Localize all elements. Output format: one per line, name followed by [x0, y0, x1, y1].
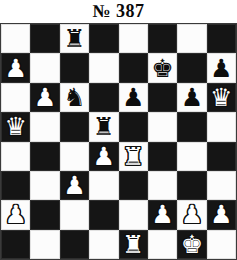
square-g6[interactable]: ♟ — [177, 83, 206, 112]
square-g3[interactable] — [177, 171, 206, 200]
square-f3[interactable] — [148, 171, 177, 200]
square-c5[interactable] — [60, 112, 89, 141]
square-b4[interactable] — [30, 142, 59, 171]
square-d1[interactable] — [89, 230, 118, 259]
square-g2[interactable]: ♟ — [177, 200, 206, 229]
square-d2[interactable] — [89, 200, 118, 229]
white-rook: ♜ — [122, 144, 144, 169]
square-f2[interactable]: ♟ — [148, 200, 177, 229]
white-pawn: ♟ — [4, 202, 26, 227]
square-a1[interactable] — [1, 230, 30, 259]
square-h1[interactable] — [207, 230, 236, 259]
white-king: ♚ — [181, 232, 203, 257]
square-d7[interactable] — [89, 53, 118, 82]
square-c2[interactable] — [60, 200, 89, 229]
square-h8[interactable] — [207, 24, 236, 53]
white-pawn: ♟ — [34, 85, 56, 110]
square-h3[interactable] — [207, 171, 236, 200]
square-h2[interactable]: ♟ — [207, 200, 236, 229]
square-e1[interactable]: ♜ — [119, 230, 148, 259]
square-h6[interactable]: ♛ — [207, 83, 236, 112]
square-c3[interactable]: ♟ — [60, 171, 89, 200]
square-f5[interactable] — [148, 112, 177, 141]
square-b5[interactable] — [30, 112, 59, 141]
square-f4[interactable] — [148, 142, 177, 171]
square-c7[interactable] — [60, 53, 89, 82]
puzzle-number-title: № 387 — [0, 0, 237, 23]
square-a4[interactable] — [1, 142, 30, 171]
square-g4[interactable] — [177, 142, 206, 171]
white-queen: ♛ — [4, 114, 26, 139]
square-f8[interactable] — [148, 24, 177, 53]
square-h5[interactable] — [207, 112, 236, 141]
square-b2[interactable] — [30, 200, 59, 229]
square-f1[interactable] — [148, 230, 177, 259]
white-pawn: ♟ — [93, 144, 115, 169]
square-b6[interactable]: ♟ — [30, 83, 59, 112]
square-b7[interactable] — [30, 53, 59, 82]
square-c8[interactable]: ♜ — [60, 24, 89, 53]
square-f7[interactable]: ♚ — [148, 53, 177, 82]
square-e6[interactable]: ♟ — [119, 83, 148, 112]
square-d5[interactable]: ♜ — [89, 112, 118, 141]
black-king: ♚ — [151, 56, 173, 81]
square-d6[interactable] — [89, 83, 118, 112]
square-a2[interactable]: ♟ — [1, 200, 30, 229]
square-h7[interactable]: ♟ — [207, 53, 236, 82]
square-d8[interactable] — [89, 24, 118, 53]
square-b1[interactable] — [30, 230, 59, 259]
black-pawn: ♟ — [122, 85, 144, 110]
square-a7[interactable]: ♟ — [1, 53, 30, 82]
square-e2[interactable] — [119, 200, 148, 229]
square-a3[interactable] — [1, 171, 30, 200]
black-knight: ♞ — [63, 85, 85, 110]
square-a5[interactable]: ♛ — [1, 112, 30, 141]
square-c6[interactable]: ♞ — [60, 83, 89, 112]
square-f6[interactable] — [148, 83, 177, 112]
black-pawn: ♟ — [181, 85, 203, 110]
puzzle-page: № 387 ♜♟♚♟♟♞♟♟♛♛♜♟♜♟♟♟♟♟♜♚ — [0, 0, 237, 260]
white-pawn: ♟ — [181, 202, 203, 227]
square-a8[interactable] — [1, 24, 30, 53]
square-e5[interactable] — [119, 112, 148, 141]
square-d3[interactable] — [89, 171, 118, 200]
black-rook: ♜ — [93, 114, 115, 139]
white-pawn: ♟ — [4, 56, 26, 81]
square-e3[interactable] — [119, 171, 148, 200]
square-e8[interactable] — [119, 24, 148, 53]
white-pawn: ♟ — [63, 173, 85, 198]
square-e4[interactable]: ♜ — [119, 142, 148, 171]
square-a6[interactable] — [1, 83, 30, 112]
white-pawn: ♟ — [210, 202, 232, 227]
square-b3[interactable] — [30, 171, 59, 200]
square-g1[interactable]: ♚ — [177, 230, 206, 259]
white-rook: ♜ — [122, 232, 144, 257]
square-c1[interactable] — [60, 230, 89, 259]
square-g7[interactable] — [177, 53, 206, 82]
square-d4[interactable]: ♟ — [89, 142, 118, 171]
chess-board: ♜♟♚♟♟♞♟♟♛♛♜♟♜♟♟♟♟♟♜♚ — [0, 23, 237, 260]
white-queen: ♛ — [210, 85, 232, 110]
square-g5[interactable] — [177, 112, 206, 141]
square-h4[interactable] — [207, 142, 236, 171]
black-rook: ♜ — [63, 26, 85, 51]
square-c4[interactable] — [60, 142, 89, 171]
black-pawn: ♟ — [210, 56, 232, 81]
square-e7[interactable] — [119, 53, 148, 82]
white-pawn: ♟ — [151, 202, 173, 227]
square-b8[interactable] — [30, 24, 59, 53]
square-g8[interactable] — [177, 24, 206, 53]
